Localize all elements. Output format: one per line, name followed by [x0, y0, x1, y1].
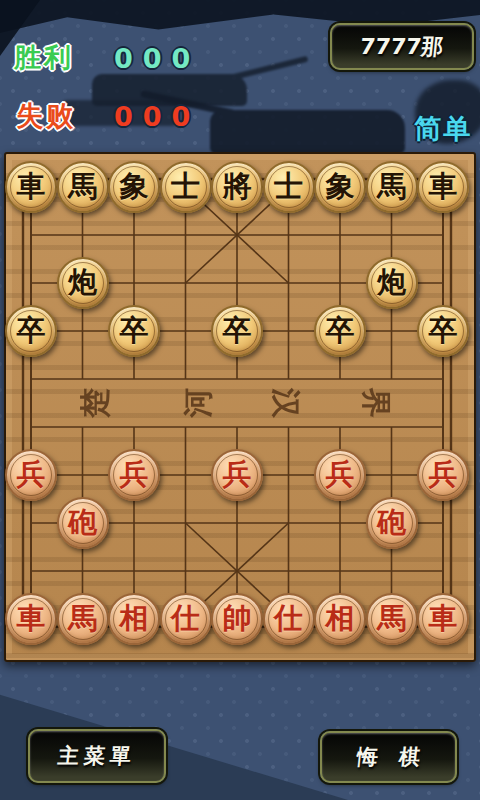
piece-glyph: 相 — [326, 604, 355, 633]
piece-black[interactable]: 象 — [108, 161, 160, 213]
undo-move-label: 悔 棋 — [356, 743, 422, 771]
piece-red[interactable]: 車 — [417, 593, 469, 645]
piece-red[interactable]: 馬 — [57, 593, 109, 645]
piece-glyph: 將 — [223, 172, 252, 201]
piece-black[interactable]: 士 — [160, 161, 212, 213]
piece-red[interactable]: 兵 — [108, 449, 160, 501]
piece-black[interactable]: 象 — [314, 161, 366, 213]
piece-red[interactable]: 兵 — [314, 449, 366, 501]
piece-glyph: 卒 — [223, 316, 252, 345]
piece-glyph: 兵 — [120, 460, 149, 489]
marker-corner — [205, 535, 225, 552]
wins-label: 胜利 — [14, 40, 74, 76]
piece-black[interactable]: 馬 — [57, 161, 109, 213]
difficulty-badge: 简单 — [414, 111, 472, 147]
piece-glyph: 兵 — [326, 460, 355, 489]
piece-glyph: 馬 — [68, 604, 97, 633]
piece-black[interactable]: 卒 — [108, 305, 160, 357]
piece-black[interactable]: 卒 — [417, 305, 469, 357]
piece-glyph: 馬 — [377, 604, 406, 633]
river-character: 界 — [355, 388, 396, 418]
piece-red[interactable]: 仕 — [160, 593, 212, 645]
piece-glyph: 象 — [120, 172, 149, 201]
selection-marker — [205, 494, 269, 552]
piece-glyph: 炮 — [68, 268, 97, 297]
piece-glyph: 兵 — [429, 460, 458, 489]
undo-move-button[interactable]: 悔 棋 — [320, 731, 457, 783]
piece-red[interactable]: 車 — [5, 593, 57, 645]
piece-red[interactable]: 仕 — [263, 593, 315, 645]
river-character: 河 — [178, 388, 219, 418]
piece-glyph: 砲 — [68, 508, 97, 537]
piece-red[interactable]: 相 — [108, 593, 160, 645]
piece-glyph: 帥 — [223, 604, 252, 633]
losses-count: 000 — [114, 101, 200, 132]
main-menu-button[interactable]: 主菜單 — [28, 729, 166, 783]
river-character: 汉 — [265, 388, 306, 418]
player-name-label: 7777那 — [359, 32, 445, 62]
piece-glyph: 仕 — [274, 604, 303, 633]
piece-glyph: 車 — [17, 172, 46, 201]
piece-glyph: 相 — [120, 604, 149, 633]
piece-glyph: 兵 — [17, 460, 46, 489]
piece-glyph: 仕 — [171, 604, 200, 633]
piece-glyph: 馬 — [68, 172, 97, 201]
piece-black[interactable]: 炮 — [57, 257, 109, 309]
piece-glyph: 象 — [326, 172, 355, 201]
piece-red[interactable]: 馬 — [366, 593, 418, 645]
river-character: 楚 — [75, 388, 116, 418]
piece-red[interactable]: 相 — [314, 593, 366, 645]
piece-glyph: 砲 — [377, 508, 406, 537]
piece-glyph: 士 — [274, 172, 303, 201]
piece-red[interactable]: 兵 — [417, 449, 469, 501]
piece-red[interactable]: 兵 — [211, 449, 263, 501]
piece-red[interactable]: 兵 — [5, 449, 57, 501]
marker-corner — [249, 535, 269, 552]
losses-label: 失败 — [16, 98, 76, 134]
piece-glyph: 兵 — [223, 460, 252, 489]
piece-glyph: 車 — [429, 604, 458, 633]
piece-glyph: 士 — [171, 172, 200, 201]
piece-glyph: 炮 — [377, 268, 406, 297]
player-name-button[interactable]: 7777那 — [330, 23, 474, 70]
piece-black[interactable]: 卒 — [211, 305, 263, 357]
marker-corner — [249, 494, 269, 511]
xiangqi-app-screen: 胜利 000 失败 000 7777那 简单 楚河汉界 車馬象士將士象馬車炮炮卒… — [0, 0, 480, 800]
piece-black[interactable]: 炮 — [366, 257, 418, 309]
piece-black[interactable]: 將 — [211, 161, 263, 213]
piece-glyph: 卒 — [17, 316, 46, 345]
piece-black[interactable]: 車 — [417, 161, 469, 213]
piece-glyph: 車 — [429, 172, 458, 201]
piece-black[interactable]: 車 — [5, 161, 57, 213]
tank-silhouette — [210, 110, 405, 154]
piece-glyph: 馬 — [377, 172, 406, 201]
piece-red[interactable]: 帥 — [211, 593, 263, 645]
piece-black[interactable]: 卒 — [314, 305, 366, 357]
piece-glyph: 卒 — [120, 316, 149, 345]
piece-glyph: 卒 — [429, 316, 458, 345]
piece-black[interactable]: 馬 — [366, 161, 418, 213]
wins-count: 000 — [114, 43, 200, 74]
piece-black[interactable]: 士 — [263, 161, 315, 213]
piece-glyph: 車 — [17, 604, 46, 633]
piece-red[interactable]: 砲 — [366, 497, 418, 549]
piece-red[interactable]: 砲 — [57, 497, 109, 549]
main-menu-label: 主菜單 — [57, 742, 138, 770]
piece-glyph: 卒 — [326, 316, 355, 345]
piece-black[interactable]: 卒 — [5, 305, 57, 357]
xiangqi-board[interactable]: 楚河汉界 車馬象士將士象馬車炮炮卒卒卒卒卒兵兵兵兵兵砲砲車馬相仕帥仕相馬車 — [4, 152, 476, 662]
